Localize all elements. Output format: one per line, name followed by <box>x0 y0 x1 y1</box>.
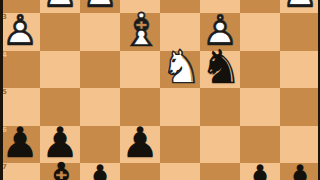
square-e7[interactable] <box>120 163 160 180</box>
square-h4[interactable]: 4 <box>0 51 40 89</box>
white-knight-d4[interactable]: ♞♘ <box>160 51 200 89</box>
square-a3[interactable] <box>280 13 320 51</box>
square-a7[interactable]: ♟ <box>280 163 320 180</box>
square-a4[interactable] <box>280 51 320 89</box>
square-e4[interactable] <box>120 51 160 89</box>
square-d4[interactable]: ♞♘ <box>160 51 200 89</box>
rank-label-5: 5 <box>2 89 7 96</box>
square-f3[interactable] <box>80 13 120 51</box>
black-knight-c4[interactable]: ♞ <box>200 51 240 89</box>
square-e3[interactable]: ♝♗ <box>120 13 160 51</box>
square-g2[interactable]: ♟♙ <box>40 0 80 13</box>
square-d7[interactable] <box>160 163 200 180</box>
square-d5[interactable] <box>160 88 200 126</box>
square-g3[interactable] <box>40 13 80 51</box>
rank-label-7: 7 <box>2 164 7 171</box>
square-d6[interactable] <box>160 126 200 164</box>
square-g4[interactable] <box>40 51 80 89</box>
black-bishop-g7[interactable]: ♝ <box>40 163 80 180</box>
white-pawn-g2[interactable]: ♟♙ <box>40 0 80 13</box>
square-h7[interactable]: 7 <box>0 163 40 180</box>
white-pawn-f2[interactable]: ♟♙ <box>80 0 120 13</box>
square-f5[interactable] <box>80 88 120 126</box>
square-h3[interactable]: 3♟♙ <box>0 13 40 51</box>
white-pawn-a2[interactable]: ♟♙ <box>280 0 320 13</box>
rank-label-4: 4 <box>2 52 7 59</box>
square-f4[interactable] <box>80 51 120 89</box>
square-b3[interactable] <box>240 13 280 51</box>
black-pawn-f7[interactable]: ♟ <box>80 163 120 180</box>
square-d2[interactable] <box>160 0 200 13</box>
square-b4[interactable] <box>240 51 280 89</box>
square-f7[interactable]: ♟ <box>80 163 120 180</box>
chess-board[interactable]: 12♟♙♟♙♟♙3♟♙♝♗♟♙4♞♘♞56♟♟♟7♝♟♟♟8 <box>0 0 320 180</box>
black-pawn-e6[interactable]: ♟ <box>120 126 160 164</box>
square-c5[interactable] <box>200 88 240 126</box>
square-h6[interactable]: 6♟ <box>0 126 40 164</box>
black-pawn-b7[interactable]: ♟ <box>240 163 280 180</box>
square-c7[interactable] <box>200 163 240 180</box>
square-f2[interactable]: ♟♙ <box>80 0 120 13</box>
black-pawn-a7[interactable]: ♟ <box>280 163 320 180</box>
square-g7[interactable]: ♝ <box>40 163 80 180</box>
left-edge-strip <box>0 0 3 180</box>
white-pawn-h3[interactable]: ♟♙ <box>0 13 40 51</box>
square-e6[interactable]: ♟ <box>120 126 160 164</box>
square-a2[interactable]: ♟♙ <box>280 0 320 13</box>
black-pawn-h6[interactable]: ♟ <box>0 126 40 164</box>
square-c4[interactable]: ♞ <box>200 51 240 89</box>
white-bishop-e3[interactable]: ♝♗ <box>120 13 160 51</box>
square-a5[interactable] <box>280 88 320 126</box>
chess-board-screenshot: 12♟♙♟♙♟♙3♟♙♝♗♟♙4♞♘♞56♟♟♟7♝♟♟♟8 <box>0 0 320 180</box>
square-b7[interactable]: ♟ <box>240 163 280 180</box>
square-b5[interactable] <box>240 88 280 126</box>
square-b2[interactable] <box>240 0 280 13</box>
square-c6[interactable] <box>200 126 240 164</box>
